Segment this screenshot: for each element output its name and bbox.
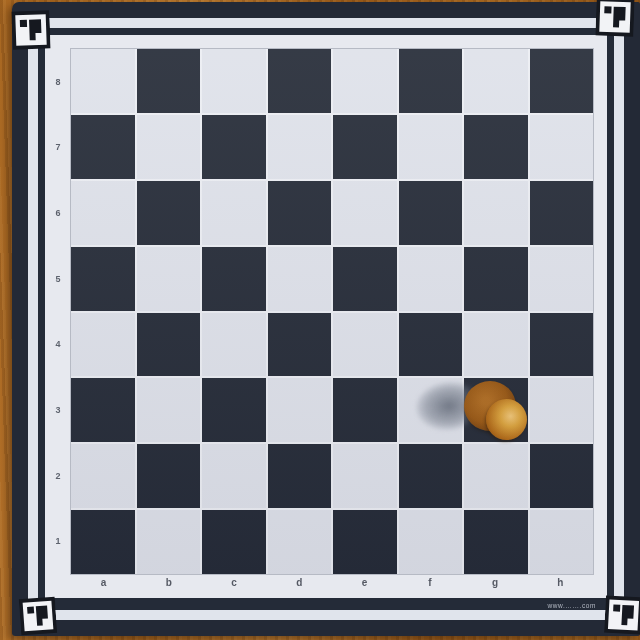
rank-label-8: 8: [45, 49, 71, 115]
file-label-a: a: [71, 574, 136, 598]
square-d1[interactable]: [268, 510, 332, 574]
square-h8[interactable]: [530, 49, 594, 113]
square-e3[interactable]: [333, 378, 397, 442]
square-c6[interactable]: [202, 181, 266, 245]
square-c4[interactable]: [202, 313, 266, 377]
rank-label-6: 6: [45, 180, 71, 246]
square-e2[interactable]: [333, 444, 397, 508]
square-a6[interactable]: [71, 181, 135, 245]
square-g7[interactable]: [464, 115, 528, 179]
square-a3[interactable]: [71, 378, 135, 442]
square-h3[interactable]: [530, 378, 594, 442]
square-b4[interactable]: [137, 313, 201, 377]
square-b7[interactable]: [137, 115, 201, 179]
square-d3[interactable]: [268, 378, 332, 442]
fiducial-marker-bottom-right: [604, 595, 640, 635]
square-h1[interactable]: [530, 510, 594, 574]
square-b5[interactable]: [137, 247, 201, 311]
square-c1[interactable]: [202, 510, 266, 574]
square-a8[interactable]: [71, 49, 135, 113]
file-label-h: h: [528, 574, 593, 598]
file-labels: abcdefgh: [71, 574, 593, 598]
square-b1[interactable]: [137, 510, 201, 574]
fiducial-marker-bottom-left: [19, 596, 58, 636]
square-e4[interactable]: [333, 313, 397, 377]
square-c8[interactable]: [202, 49, 266, 113]
square-c2[interactable]: [202, 444, 266, 508]
watermark-url: www.…….com: [547, 602, 596, 609]
file-label-g: g: [463, 574, 528, 598]
square-f8[interactable]: [399, 49, 463, 113]
square-f1[interactable]: [399, 510, 463, 574]
file-label-d: d: [267, 574, 332, 598]
square-g2[interactable]: [464, 444, 528, 508]
rank-label-7: 7: [45, 115, 71, 181]
board-inner-stripe: 87654321 ♙ abcdefgh: [38, 28, 614, 610]
file-label-c: c: [202, 574, 267, 598]
square-c3[interactable]: [202, 378, 266, 442]
square-g1[interactable]: [464, 510, 528, 574]
square-g6[interactable]: [464, 181, 528, 245]
file-label-f: f: [397, 574, 462, 598]
square-d4[interactable]: [268, 313, 332, 377]
fiducial-marker-top-right: [595, 0, 634, 38]
fiducial-marker-top-left: [11, 9, 50, 50]
square-e6[interactable]: [333, 181, 397, 245]
square-d2[interactable]: [268, 444, 332, 508]
square-a2[interactable]: [71, 444, 135, 508]
rank-label-2: 2: [45, 443, 71, 509]
square-e7[interactable]: [333, 115, 397, 179]
square-a1[interactable]: [71, 510, 135, 574]
square-f6[interactable]: [399, 181, 463, 245]
pawn-head: [486, 399, 527, 440]
square-c5[interactable]: [202, 247, 266, 311]
rank-label-5: 5: [45, 246, 71, 312]
square-f5[interactable]: [399, 247, 463, 311]
square-d7[interactable]: [268, 115, 332, 179]
square-f4[interactable]: [399, 313, 463, 377]
square-b8[interactable]: [137, 49, 201, 113]
board-outer-border: 87654321 ♙ abcdefgh: [12, 2, 640, 636]
square-b2[interactable]: [137, 444, 201, 508]
square-d8[interactable]: [268, 49, 332, 113]
square-h7[interactable]: [530, 115, 594, 179]
square-g8[interactable]: [464, 49, 528, 113]
square-b6[interactable]: [137, 181, 201, 245]
board-grid: ♙: [71, 49, 593, 574]
square-e8[interactable]: [333, 49, 397, 113]
square-e5[interactable]: [333, 247, 397, 311]
square-h2[interactable]: [530, 444, 594, 508]
square-h6[interactable]: [530, 181, 594, 245]
square-f7[interactable]: [399, 115, 463, 179]
board-grid-frame: ♙: [71, 49, 593, 574]
square-b3[interactable]: [137, 378, 201, 442]
file-label-e: e: [332, 574, 397, 598]
rank-label-1: 1: [45, 508, 71, 574]
square-e1[interactable]: [333, 510, 397, 574]
rank-label-4: 4: [45, 312, 71, 378]
square-a4[interactable]: [71, 313, 135, 377]
square-g5[interactable]: [464, 247, 528, 311]
square-f2[interactable]: [399, 444, 463, 508]
white-pawn[interactable]: ♙: [463, 378, 527, 442]
square-c7[interactable]: [202, 115, 266, 179]
chess-board: 87654321 ♙ abcdefgh www.…….com: [12, 2, 640, 636]
rank-labels: 87654321: [45, 49, 71, 574]
table-surface: 87654321 ♙ abcdefgh www.…….com: [0, 0, 640, 640]
rank-label-3: 3: [45, 377, 71, 443]
square-a5[interactable]: [71, 247, 135, 311]
square-a7[interactable]: [71, 115, 135, 179]
square-h4[interactable]: [530, 313, 594, 377]
board-white-stripe: 87654321 ♙ abcdefgh: [28, 18, 624, 620]
square-g4[interactable]: [464, 313, 528, 377]
square-d6[interactable]: [268, 181, 332, 245]
square-h5[interactable]: [530, 247, 594, 311]
file-label-b: b: [136, 574, 201, 598]
board-margin: 87654321 ♙ abcdefgh: [45, 35, 607, 598]
square-d5[interactable]: [268, 247, 332, 311]
